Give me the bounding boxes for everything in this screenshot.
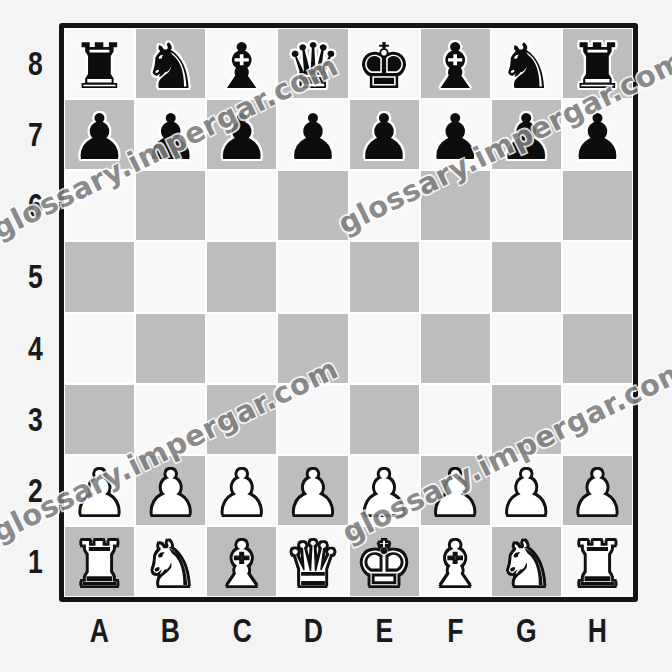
square-b1[interactable]: ♞: [136, 527, 205, 596]
square-d2[interactable]: ♟: [278, 456, 347, 525]
square-f2[interactable]: ♟: [421, 456, 490, 525]
square-h6[interactable]: [563, 171, 632, 240]
rank-label-text: 3: [28, 400, 43, 439]
square-d7[interactable]: ♟: [278, 100, 347, 169]
square-e7[interactable]: ♟: [350, 100, 419, 169]
rank-label-3: 3: [16, 384, 54, 455]
square-c6[interactable]: [207, 171, 276, 240]
rank-label-text: 1: [28, 542, 43, 581]
piece-black-pawn[interactable]: ♟: [498, 106, 554, 169]
piece-black-knight[interactable]: ♞: [498, 35, 554, 98]
square-g2[interactable]: ♟: [492, 456, 561, 525]
rank-label-text: 8: [28, 44, 43, 83]
file-label-b: B: [135, 606, 206, 654]
piece-white-king[interactable]: ♚: [356, 533, 412, 596]
square-b2[interactable]: ♟: [136, 456, 205, 525]
file-label-e: E: [349, 606, 420, 654]
piece-white-rook[interactable]: ♜: [71, 533, 127, 596]
square-f5[interactable]: [421, 242, 490, 311]
piece-black-pawn[interactable]: ♟: [427, 106, 483, 169]
square-d8[interactable]: ♛: [278, 29, 347, 98]
square-e5[interactable]: [350, 242, 419, 311]
square-g4[interactable]: [492, 314, 561, 383]
square-h4[interactable]: [563, 314, 632, 383]
square-a1[interactable]: ♜: [65, 527, 134, 596]
file-label-a: A: [64, 606, 135, 654]
square-h5[interactable]: [563, 242, 632, 311]
square-f8[interactable]: ♝: [421, 29, 490, 98]
piece-black-queen[interactable]: ♛: [285, 35, 341, 98]
piece-black-king[interactable]: ♚: [356, 35, 412, 98]
file-label-f: F: [420, 606, 491, 654]
square-g6[interactable]: [492, 171, 561, 240]
file-label-d: D: [277, 606, 348, 654]
square-b4[interactable]: [136, 314, 205, 383]
piece-black-pawn[interactable]: ♟: [285, 106, 341, 169]
square-e8[interactable]: ♚: [350, 29, 419, 98]
piece-white-pawn[interactable]: ♟: [285, 462, 341, 525]
square-b8[interactable]: ♞: [136, 29, 205, 98]
square-c5[interactable]: [207, 242, 276, 311]
rank-label-7: 7: [16, 99, 54, 170]
square-g8[interactable]: ♞: [492, 29, 561, 98]
square-a5[interactable]: [65, 242, 134, 311]
piece-white-pawn[interactable]: ♟: [142, 462, 198, 525]
square-e4[interactable]: [350, 314, 419, 383]
piece-white-pawn[interactable]: ♟: [214, 462, 270, 525]
chess-board: ♜♞♝♛♚♝♞♜♟♟♟♟♟♟♟♟♟♟♟♟♟♟♟♟♜♞♝♛♚♝♞♜: [59, 23, 638, 602]
piece-black-pawn[interactable]: ♟: [569, 106, 625, 169]
square-g5[interactable]: [492, 242, 561, 311]
piece-black-pawn[interactable]: ♟: [214, 106, 270, 169]
square-h8[interactable]: ♜: [563, 29, 632, 98]
square-a3[interactable]: [65, 385, 134, 454]
piece-white-pawn[interactable]: ♟: [569, 462, 625, 525]
square-d6[interactable]: [278, 171, 347, 240]
square-e3[interactable]: [350, 385, 419, 454]
square-g3[interactable]: [492, 385, 561, 454]
square-h7[interactable]: ♟: [563, 100, 632, 169]
file-label-text: A: [90, 611, 109, 650]
rank-label-text: 4: [28, 329, 43, 368]
square-a8[interactable]: ♜: [65, 29, 134, 98]
rank-label-4: 4: [16, 313, 54, 384]
rank-label-2: 2: [16, 455, 54, 526]
square-d3[interactable]: [278, 385, 347, 454]
square-a2[interactable]: ♟: [65, 456, 134, 525]
piece-white-queen[interactable]: ♛: [285, 533, 341, 596]
square-e2[interactable]: ♟: [350, 456, 419, 525]
rank-label-5: 5: [16, 241, 54, 312]
file-label-text: G: [516, 611, 537, 650]
square-a7[interactable]: ♟: [65, 100, 134, 169]
piece-white-pawn[interactable]: ♟: [71, 462, 127, 525]
piece-white-pawn[interactable]: ♟: [427, 462, 483, 525]
square-b5[interactable]: [136, 242, 205, 311]
square-c4[interactable]: [207, 314, 276, 383]
square-c8[interactable]: ♝: [207, 29, 276, 98]
square-f7[interactable]: ♟: [421, 100, 490, 169]
piece-black-bishop[interactable]: ♝: [427, 35, 483, 98]
file-label-text: B: [161, 611, 180, 650]
file-label-text: D: [303, 611, 322, 650]
square-b6[interactable]: [136, 171, 205, 240]
rank-label-text: 5: [28, 257, 43, 296]
rank-label-text: 6: [28, 186, 43, 225]
square-h3[interactable]: [563, 385, 632, 454]
rank-labels: 87654321: [16, 28, 54, 597]
file-labels: ABCDEFGH: [64, 606, 633, 654]
piece-black-rook[interactable]: ♜: [569, 35, 625, 98]
piece-white-rook[interactable]: ♜: [569, 533, 625, 596]
file-label-text: E: [375, 611, 393, 650]
square-c1[interactable]: ♝: [207, 527, 276, 596]
rank-label-8: 8: [16, 28, 54, 99]
square-f1[interactable]: ♝: [421, 527, 490, 596]
board-grid: ♜♞♝♛♚♝♞♜♟♟♟♟♟♟♟♟♟♟♟♟♟♟♟♟♜♞♝♛♚♝♞♜: [65, 29, 632, 596]
square-d5[interactable]: [278, 242, 347, 311]
file-label-text: H: [588, 611, 607, 650]
square-b3[interactable]: [136, 385, 205, 454]
piece-white-bishop[interactable]: ♝: [214, 533, 270, 596]
file-label-text: C: [232, 611, 251, 650]
square-f3[interactable]: [421, 385, 490, 454]
piece-white-bishop[interactable]: ♝: [427, 533, 483, 596]
square-b7[interactable]: ♟: [136, 100, 205, 169]
square-a6[interactable]: [65, 171, 134, 240]
piece-white-knight[interactable]: ♞: [498, 533, 554, 596]
rank-label-1: 1: [16, 526, 54, 597]
square-d1[interactable]: ♛: [278, 527, 347, 596]
square-d4[interactable]: [278, 314, 347, 383]
square-e1[interactable]: ♚: [350, 527, 419, 596]
piece-white-pawn[interactable]: ♟: [356, 462, 412, 525]
square-e6[interactable]: [350, 171, 419, 240]
square-h1[interactable]: ♜: [563, 527, 632, 596]
rank-label-6: 6: [16, 170, 54, 241]
square-g7[interactable]: ♟: [492, 100, 561, 169]
square-c2[interactable]: ♟: [207, 456, 276, 525]
piece-black-knight[interactable]: ♞: [142, 35, 198, 98]
file-label-c: C: [206, 606, 277, 654]
square-c3[interactable]: [207, 385, 276, 454]
file-label-h: H: [562, 606, 633, 654]
piece-black-pawn[interactable]: ♟: [142, 106, 198, 169]
file-label-text: F: [447, 611, 463, 650]
rank-label-text: 7: [28, 115, 43, 154]
file-label-g: G: [491, 606, 562, 654]
square-a4[interactable]: [65, 314, 134, 383]
square-h2[interactable]: ♟: [563, 456, 632, 525]
square-g1[interactable]: ♞: [492, 527, 561, 596]
piece-white-pawn[interactable]: ♟: [498, 462, 554, 525]
piece-black-bishop[interactable]: ♝: [214, 35, 270, 98]
piece-black-pawn[interactable]: ♟: [356, 106, 412, 169]
square-f4[interactable]: [421, 314, 490, 383]
square-c7[interactable]: ♟: [207, 100, 276, 169]
square-f6[interactable]: [421, 171, 490, 240]
piece-black-pawn[interactable]: ♟: [71, 106, 127, 169]
chess-diagram: 87654321 ♜♞♝♛♚♝♞♜♟♟♟♟♟♟♟♟♟♟♟♟♟♟♟♟♜♞♝♛♚♝♞…: [0, 0, 672, 672]
piece-black-rook[interactable]: ♜: [71, 35, 127, 98]
piece-white-knight[interactable]: ♞: [142, 533, 198, 596]
rank-label-text: 2: [28, 471, 43, 510]
